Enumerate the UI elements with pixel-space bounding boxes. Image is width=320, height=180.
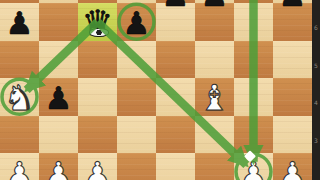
square-h3[interactable] — [273, 116, 312, 154]
square-c5[interactable] — [78, 41, 117, 79]
square-a5[interactable] — [0, 41, 39, 79]
black-pawn-a6[interactable]: ♟ — [0, 5, 39, 43]
square-g4[interactable] — [234, 78, 273, 116]
board-side-panel: 6543 — [312, 0, 320, 180]
black-pawn-d6[interactable]: ♟ — [117, 5, 156, 43]
square-b3[interactable] — [39, 116, 78, 154]
square-g5[interactable] — [234, 41, 273, 79]
black-pawn-f7[interactable]: ♟ — [195, 0, 234, 14]
white-knight-a4[interactable]: ♞ — [0, 80, 39, 118]
square-e2[interactable] — [156, 153, 195, 180]
square-h4[interactable] — [273, 78, 312, 116]
square-f2[interactable] — [195, 153, 234, 180]
black-pawn-b4[interactable]: ♟ — [39, 80, 78, 118]
square-e4[interactable] — [156, 78, 195, 116]
square-e3[interactable] — [156, 116, 195, 154]
square-d4[interactable] — [117, 78, 156, 116]
rank-label-3: 3 — [312, 138, 320, 144]
white-pawn-h2[interactable]: ♟ — [273, 155, 312, 180]
square-c4[interactable] — [78, 78, 117, 116]
square-d5[interactable] — [117, 41, 156, 79]
white-pawn-a2[interactable]: ♟ — [0, 155, 39, 180]
square-f3[interactable] — [195, 116, 234, 154]
square-e5[interactable] — [156, 41, 195, 79]
square-b5[interactable] — [39, 41, 78, 79]
chess-app-stage: ♟♟♟♟♛♟♞♟♝♟♟♟♟♟ 6543 — [0, 0, 320, 180]
rank-label-6: 6 — [312, 25, 320, 31]
white-pawn-g2[interactable]: ♟ — [234, 155, 273, 180]
black-queen-c6[interactable]: ♛ — [78, 5, 117, 43]
square-a3[interactable] — [0, 116, 39, 154]
white-pawn-b2[interactable]: ♟ — [39, 155, 78, 180]
square-d3[interactable] — [117, 116, 156, 154]
square-b6[interactable] — [39, 3, 78, 41]
rank-label-5: 5 — [312, 63, 320, 69]
square-c3[interactable] — [78, 116, 117, 154]
square-f5[interactable] — [195, 41, 234, 79]
white-pawn-c2[interactable]: ♟ — [78, 155, 117, 180]
square-g6[interactable] — [234, 3, 273, 41]
white-bishop-f4[interactable]: ♝ — [195, 80, 234, 118]
square-h5[interactable] — [273, 41, 312, 79]
black-pawn-e7[interactable]: ♟ — [156, 0, 195, 14]
black-pawn-h7[interactable]: ♟ — [273, 0, 312, 14]
square-g3[interactable] — [234, 116, 273, 154]
rank-label-4: 4 — [312, 100, 320, 106]
square-d2[interactable] — [117, 153, 156, 180]
